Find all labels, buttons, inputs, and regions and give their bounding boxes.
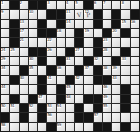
white-cell[interactable]	[10, 66, 18, 74]
black-cell	[20, 113, 28, 121]
white-cell[interactable]	[103, 20, 111, 28]
clue-number: 45	[66, 85, 71, 89]
white-cell[interactable]: 14	[66, 20, 74, 28]
clue-number: 6	[94, 1, 97, 5]
white-cell[interactable]	[84, 85, 92, 93]
black-cell	[75, 104, 83, 112]
white-cell[interactable]: 57	[94, 113, 102, 121]
white-cell[interactable]	[1, 20, 9, 28]
white-cell[interactable]	[1, 38, 9, 46]
white-cell[interactable]	[38, 123, 46, 131]
clue-number: 39	[112, 66, 117, 70]
black-cell	[131, 10, 139, 18]
black-cell	[84, 1, 92, 9]
clue-number: 8	[121, 1, 124, 5]
white-cell[interactable]	[75, 85, 83, 93]
white-cell[interactable]	[84, 38, 92, 46]
black-cell	[84, 57, 92, 65]
white-cell[interactable]: 54	[57, 104, 65, 112]
white-cell[interactable]: 58	[1, 123, 9, 131]
white-cell[interactable]	[112, 48, 120, 56]
clue-number: 7	[103, 1, 106, 5]
black-cell	[38, 85, 46, 93]
white-cell[interactable]	[1, 76, 9, 84]
black-cell	[29, 1, 37, 9]
white-cell[interactable]	[29, 113, 37, 121]
white-cell[interactable]	[57, 1, 65, 9]
white-cell[interactable]: V	[75, 10, 83, 18]
black-cell	[47, 29, 55, 37]
black-cell	[112, 57, 120, 65]
white-cell[interactable]: 18	[57, 29, 65, 37]
white-cell[interactable]: 35	[29, 66, 37, 74]
clue-number: 22	[47, 38, 52, 42]
white-cell[interactable]	[84, 76, 92, 84]
black-cell	[94, 20, 102, 28]
white-cell[interactable]: 59	[57, 123, 65, 131]
clue-number: 2	[20, 1, 23, 5]
white-cell[interactable]: 29	[1, 57, 9, 65]
clue-number: 26	[47, 48, 52, 52]
white-cell[interactable]: 40	[20, 76, 28, 84]
clue-number: 50	[1, 104, 6, 108]
white-cell[interactable]	[103, 113, 111, 121]
white-cell[interactable]	[131, 66, 139, 74]
clue-number: 32	[94, 57, 99, 61]
clue-number: 30	[29, 57, 34, 61]
black-cell	[121, 29, 129, 37]
black-cell	[20, 66, 28, 74]
clue-number: 53	[47, 104, 52, 108]
clue-number: 27	[75, 48, 80, 52]
clue-number: 15	[121, 20, 126, 24]
white-cell[interactable]: 34	[1, 66, 9, 74]
white-cell[interactable]: 22	[47, 38, 55, 46]
clue-number: 58	[1, 123, 6, 127]
white-cell[interactable]	[57, 76, 65, 84]
clue-number: 25	[10, 48, 15, 52]
clue-number: 10	[29, 10, 34, 14]
black-cell	[1, 113, 9, 121]
white-cell[interactable]: 36	[57, 66, 65, 74]
white-cell[interactable]	[121, 113, 129, 121]
black-cell	[75, 29, 83, 37]
white-cell[interactable]: 1	[1, 1, 9, 9]
white-cell[interactable]	[47, 57, 55, 65]
white-cell[interactable]	[121, 10, 129, 18]
white-cell[interactable]: 52	[29, 104, 37, 112]
white-cell[interactable]	[20, 57, 28, 65]
black-cell	[121, 104, 129, 112]
clue-number: 40	[20, 76, 25, 80]
white-cell[interactable]	[131, 95, 139, 103]
clue-number: 51	[10, 104, 15, 108]
white-cell[interactable]: 6	[94, 1, 102, 9]
white-cell[interactable]: 2	[20, 1, 28, 9]
black-cell	[94, 48, 102, 56]
black-cell	[10, 29, 18, 37]
white-cell[interactable]: 56	[47, 113, 55, 121]
clue-number: 33	[121, 57, 126, 61]
white-cell[interactable]	[103, 57, 111, 65]
black-cell	[112, 20, 120, 28]
white-cell[interactable]	[57, 38, 65, 46]
black-cell	[38, 104, 46, 112]
black-cell	[84, 113, 92, 121]
white-cell[interactable]	[121, 76, 129, 84]
clue-number: 29	[1, 57, 6, 61]
clue-number: 42	[75, 76, 80, 80]
white-cell[interactable]	[94, 85, 102, 93]
white-cell[interactable]	[1, 29, 9, 37]
white-cell[interactable]: 41	[47, 76, 55, 84]
white-cell[interactable]	[47, 20, 55, 28]
white-cell[interactable]	[131, 85, 139, 93]
clue-number: 14	[66, 20, 71, 24]
white-cell[interactable]	[75, 57, 83, 65]
clue-number: 56	[47, 113, 52, 117]
white-cell[interactable]: 27	[75, 48, 83, 56]
white-cell[interactable]	[84, 123, 92, 131]
white-cell[interactable]: 7	[103, 1, 111, 9]
clue-number: 23	[103, 38, 108, 42]
black-cell	[29, 48, 37, 56]
black-cell	[38, 29, 46, 37]
white-cell[interactable]	[121, 66, 129, 74]
clue-number: 21	[20, 38, 25, 42]
white-cell[interactable]: 26	[47, 48, 55, 56]
clue-number: 35	[29, 66, 34, 70]
white-cell[interactable]	[29, 38, 37, 46]
black-cell	[121, 85, 129, 93]
clue-number: 48	[66, 95, 71, 99]
white-cell[interactable]: 49	[103, 95, 111, 103]
black-cell	[94, 38, 102, 46]
black-cell	[94, 104, 102, 112]
black-cell	[57, 85, 65, 93]
white-cell[interactable]	[75, 95, 83, 103]
white-cell[interactable]	[103, 10, 111, 18]
clue-number: 11	[66, 10, 71, 14]
clue-number: 41	[47, 76, 52, 80]
clue-number: 1	[1, 1, 4, 5]
white-cell[interactable]	[84, 20, 92, 28]
white-cell[interactable]	[131, 113, 139, 121]
black-cell	[94, 10, 102, 18]
white-cell[interactable]: 42	[75, 76, 83, 84]
white-cell[interactable]: 32	[94, 57, 102, 65]
white-cell[interactable]: 55	[103, 104, 111, 112]
white-cell[interactable]	[29, 123, 37, 131]
clue-number: 54	[57, 104, 62, 108]
white-cell[interactable]	[66, 123, 74, 131]
black-cell	[75, 66, 83, 74]
white-cell[interactable]	[10, 85, 18, 93]
white-cell[interactable]: 46	[103, 85, 111, 93]
white-cell[interactable]	[38, 10, 46, 18]
black-cell	[10, 1, 18, 9]
white-cell[interactable]	[29, 29, 37, 37]
black-cell	[94, 66, 102, 74]
white-cell[interactable]: 31	[66, 57, 74, 65]
black-cell	[38, 20, 46, 28]
white-cell[interactable]	[38, 38, 46, 46]
white-cell[interactable]: 13	[20, 20, 28, 28]
pencil-mark: V	[75, 10, 83, 18]
white-cell[interactable]	[112, 38, 120, 46]
black-cell	[94, 76, 102, 84]
clue-number: 46	[103, 85, 108, 89]
white-cell[interactable]	[10, 57, 18, 65]
white-cell[interactable]	[29, 76, 37, 84]
white-cell[interactable]	[57, 48, 65, 56]
clue-number: 20	[112, 29, 117, 33]
clue-number: 19	[84, 29, 89, 33]
white-cell[interactable]	[84, 48, 92, 56]
white-cell[interactable]: 23	[103, 38, 111, 46]
white-cell[interactable]	[131, 104, 139, 112]
clue-number: 17	[20, 29, 25, 33]
white-cell[interactable]	[121, 38, 129, 46]
white-cell[interactable]	[112, 104, 120, 112]
black-cell	[57, 10, 65, 18]
white-cell[interactable]	[20, 10, 28, 18]
clue-number: 3	[47, 1, 50, 5]
white-cell[interactable]: 30	[29, 57, 37, 65]
white-cell[interactable]	[29, 85, 37, 93]
white-cell[interactable]	[20, 123, 28, 131]
white-cell[interactable]: 24	[1, 48, 9, 56]
white-cell[interactable]	[20, 48, 28, 56]
clue-number: 38	[103, 66, 108, 70]
black-cell	[38, 113, 46, 121]
clue-number: 37	[84, 66, 89, 70]
black-cell	[47, 10, 55, 18]
white-cell[interactable]: 15	[121, 20, 129, 28]
clue-number: 43	[112, 76, 117, 80]
white-cell[interactable]: 11	[66, 10, 74, 18]
black-cell	[38, 57, 46, 65]
black-cell	[94, 95, 102, 103]
white-cell[interactable]: 37	[84, 66, 92, 74]
white-cell[interactable]: 33	[121, 57, 129, 65]
black-cell	[94, 123, 102, 131]
clue-number: 55	[103, 104, 108, 108]
clue-number: 44	[1, 85, 6, 89]
clue-number: 36	[57, 66, 62, 70]
white-cell[interactable]: 28	[103, 48, 111, 56]
clue-number: 24	[1, 48, 6, 52]
white-cell[interactable]	[66, 29, 74, 37]
black-cell	[10, 20, 18, 28]
white-cell[interactable]	[1, 95, 9, 103]
black-cell	[29, 95, 37, 103]
white-cell[interactable]: 48	[66, 95, 74, 103]
clue-number: 57	[94, 113, 99, 117]
clue-number: 16	[131, 20, 136, 24]
white-cell[interactable]: 8	[121, 1, 129, 9]
white-cell[interactable]	[29, 20, 37, 28]
crossword-board: 1234567891011V12P13141516171819202122232…	[0, 0, 140, 132]
black-cell	[121, 48, 129, 56]
white-cell[interactable]	[84, 104, 92, 112]
white-cell[interactable]	[66, 113, 74, 121]
black-cell	[38, 76, 46, 84]
white-cell[interactable]	[94, 29, 102, 37]
white-cell[interactable]: 12P	[84, 10, 92, 18]
black-cell	[121, 95, 129, 103]
black-cell	[103, 123, 111, 131]
white-cell[interactable]: 9	[1, 10, 9, 18]
white-cell[interactable]: 47	[38, 95, 46, 103]
white-cell[interactable]	[131, 76, 139, 84]
black-cell	[84, 95, 92, 103]
white-cell[interactable]: 3	[47, 1, 55, 9]
black-cell	[20, 104, 28, 112]
white-cell[interactable]: 4	[66, 1, 74, 9]
white-cell[interactable]	[66, 66, 74, 74]
black-cell	[103, 29, 111, 37]
black-cell	[47, 66, 55, 74]
white-cell[interactable]	[112, 85, 120, 93]
clue-number: 18	[57, 29, 62, 33]
black-cell	[57, 57, 65, 65]
white-cell[interactable]	[38, 66, 46, 74]
white-cell[interactable]	[131, 38, 139, 46]
white-cell[interactable]	[10, 123, 18, 131]
white-cell[interactable]: 39	[112, 66, 120, 74]
white-cell[interactable]	[131, 57, 139, 65]
black-cell	[47, 123, 55, 131]
black-cell	[112, 10, 120, 18]
black-cell	[38, 48, 46, 56]
clue-number: 34	[1, 66, 6, 70]
clue-number: 47	[38, 95, 43, 99]
black-cell	[57, 95, 65, 103]
clue-number: 31	[66, 57, 71, 61]
black-cell	[103, 76, 111, 84]
white-cell[interactable]: 38	[103, 66, 111, 74]
white-cell[interactable]	[75, 123, 83, 131]
clue-number: 59	[57, 123, 62, 127]
white-cell[interactable]: 43	[112, 76, 120, 84]
white-cell[interactable]	[20, 95, 28, 103]
white-cell[interactable]: 20	[112, 29, 120, 37]
white-cell[interactable]	[75, 20, 83, 28]
white-cell[interactable]	[10, 113, 18, 121]
white-cell[interactable]	[57, 113, 65, 121]
white-cell[interactable]: 10	[29, 10, 37, 18]
white-cell[interactable]: 25	[10, 48, 18, 56]
white-cell[interactable]: 53	[47, 104, 55, 112]
black-cell	[57, 20, 65, 28]
clue-number: 5	[75, 1, 78, 5]
pencil-mark: P	[84, 10, 92, 18]
white-cell[interactable]	[20, 85, 28, 93]
white-cell[interactable]: 45	[66, 85, 74, 93]
white-cell[interactable]	[112, 123, 120, 131]
clue-number: 49	[103, 95, 108, 99]
white-cell[interactable]	[10, 10, 18, 18]
white-cell[interactable]	[112, 1, 120, 9]
white-cell[interactable]	[66, 38, 74, 46]
white-cell[interactable]	[47, 85, 55, 93]
white-cell[interactable]	[131, 29, 139, 37]
clue-number: 52	[29, 104, 34, 108]
white-cell[interactable]	[47, 95, 55, 103]
black-cell	[66, 76, 74, 84]
white-cell[interactable]	[66, 104, 74, 112]
black-cell	[75, 38, 83, 46]
black-cell	[38, 1, 46, 9]
white-cell[interactable]: 5	[75, 1, 83, 9]
clue-number: 28	[103, 48, 108, 52]
black-cell	[66, 48, 74, 56]
white-cell[interactable]	[131, 48, 139, 56]
white-cell[interactable]: 19	[84, 29, 92, 37]
white-cell[interactable]: 44	[1, 85, 9, 93]
white-cell[interactable]	[112, 113, 120, 121]
white-cell[interactable]: 16	[131, 20, 139, 28]
black-cell	[121, 123, 129, 131]
black-cell	[10, 76, 18, 84]
white-cell[interactable]: 50	[1, 104, 9, 112]
black-cell	[10, 95, 18, 103]
clue-number: 13	[20, 20, 25, 24]
white-cell[interactable]	[131, 123, 139, 131]
black-cell	[10, 38, 18, 46]
white-cell[interactable]: 17	[20, 29, 28, 37]
clue-number: 9	[1, 10, 4, 14]
clue-number: 4	[66, 1, 69, 5]
white-cell[interactable]	[112, 95, 120, 103]
white-cell[interactable]	[131, 1, 139, 9]
white-cell[interactable]: 21	[20, 38, 28, 46]
white-cell[interactable]: 51	[10, 104, 18, 112]
black-cell	[75, 113, 83, 121]
